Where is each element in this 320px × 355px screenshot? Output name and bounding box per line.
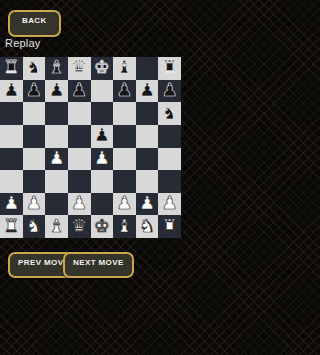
piece-white-rook: ♜ — [3, 217, 19, 235]
piece-white-pawn: ♟ — [139, 194, 155, 212]
square-d5 — [68, 125, 91, 148]
square-g3 — [136, 170, 159, 193]
piece-black-pawn: ♟ — [26, 81, 42, 99]
square-h1: ♜ — [158, 215, 181, 238]
square-h2: ♟ — [158, 193, 181, 216]
square-a6 — [0, 102, 23, 125]
square-f1: ♝ — [113, 215, 136, 238]
square-h8: ♜ — [158, 57, 181, 80]
piece-black-pawn: ♟ — [139, 81, 155, 99]
square-d2: ♟ — [68, 193, 91, 216]
square-e7 — [91, 80, 114, 103]
square-g7: ♟ — [136, 80, 159, 103]
back-button[interactable]: BACK — [8, 10, 61, 37]
square-h5 — [158, 125, 181, 148]
square-e6 — [91, 102, 114, 125]
piece-white-king: ♚ — [94, 217, 110, 235]
square-b6 — [23, 102, 46, 125]
square-a7: ♟ — [0, 80, 23, 103]
square-h3 — [158, 170, 181, 193]
piece-white-pawn: ♟ — [94, 149, 110, 167]
piece-white-pawn: ♟ — [48, 149, 64, 167]
square-d4 — [68, 148, 91, 171]
piece-white-bishop: ♝ — [116, 217, 132, 235]
piece-black-queen: ♛ — [71, 58, 87, 76]
piece-white-queen: ♛ — [71, 217, 87, 235]
piece-black-knight: ♞ — [26, 58, 42, 76]
piece-white-pawn: ♟ — [162, 194, 178, 212]
square-c2 — [45, 193, 68, 216]
square-d8: ♛ — [68, 57, 91, 80]
square-a5 — [0, 125, 23, 148]
piece-black-pawn: ♟ — [71, 81, 87, 99]
piece-black-pawn: ♟ — [116, 81, 132, 99]
square-c4: ♟ — [45, 148, 68, 171]
square-b1: ♞ — [23, 215, 46, 238]
square-a2: ♟ — [0, 193, 23, 216]
square-e8: ♚ — [91, 57, 114, 80]
piece-white-pawn: ♟ — [3, 194, 19, 212]
square-a4 — [0, 148, 23, 171]
square-g1: ♞ — [136, 215, 159, 238]
square-g8 — [136, 57, 159, 80]
next-move-button[interactable]: NEXT MOVE — [63, 252, 134, 278]
piece-black-bishop: ♝ — [116, 58, 132, 76]
piece-white-knight: ♞ — [26, 217, 42, 235]
square-e2 — [91, 193, 114, 216]
square-b2: ♟ — [23, 193, 46, 216]
piece-black-pawn: ♟ — [94, 126, 110, 144]
square-e5: ♟ — [91, 125, 114, 148]
square-f7: ♟ — [113, 80, 136, 103]
square-f3 — [113, 170, 136, 193]
square-g6 — [136, 102, 159, 125]
square-g5 — [136, 125, 159, 148]
square-g2: ♟ — [136, 193, 159, 216]
square-f2: ♟ — [113, 193, 136, 216]
square-c3 — [45, 170, 68, 193]
square-c1: ♝ — [45, 215, 68, 238]
square-c7: ♟ — [45, 80, 68, 103]
square-f5 — [113, 125, 136, 148]
square-b3 — [23, 170, 46, 193]
piece-white-bishop: ♝ — [48, 217, 64, 235]
square-b4 — [23, 148, 46, 171]
square-h7: ♟ — [158, 80, 181, 103]
piece-black-bishop: ♝ — [48, 58, 64, 76]
square-c8: ♝ — [45, 57, 68, 80]
piece-white-knight: ♞ — [139, 217, 155, 235]
piece-black-rook: ♜ — [3, 58, 19, 76]
square-g4 — [136, 148, 159, 171]
piece-black-knight: ♞ — [162, 104, 178, 122]
page-title: Replay — [5, 37, 40, 49]
piece-black-pawn: ♟ — [48, 81, 64, 99]
square-b8: ♞ — [23, 57, 46, 80]
square-a1: ♜ — [0, 215, 23, 238]
square-f6 — [113, 102, 136, 125]
square-h6: ♞ — [158, 102, 181, 125]
square-d1: ♛ — [68, 215, 91, 238]
square-a8: ♜ — [0, 57, 23, 80]
piece-black-pawn: ♟ — [162, 81, 178, 99]
square-e4: ♟ — [91, 148, 114, 171]
square-a3 — [0, 170, 23, 193]
square-e1: ♚ — [91, 215, 114, 238]
square-h4 — [158, 148, 181, 171]
square-b5 — [23, 125, 46, 148]
square-c6 — [45, 102, 68, 125]
square-d6 — [68, 102, 91, 125]
square-f4 — [113, 148, 136, 171]
square-d3 — [68, 170, 91, 193]
piece-white-pawn: ♟ — [71, 194, 87, 212]
chess-board: ♜♞♝♛♚♝♜♟♟♟♟♟♟♟♞♟♟♟♟♟♟♟♟♟♜♞♝♛♚♝♞♜ — [0, 57, 181, 238]
square-b7: ♟ — [23, 80, 46, 103]
square-d7: ♟ — [68, 80, 91, 103]
piece-black-king: ♚ — [94, 58, 110, 76]
piece-white-pawn: ♟ — [26, 194, 42, 212]
piece-black-rook: ♜ — [162, 58, 178, 76]
square-c5 — [45, 125, 68, 148]
square-f8: ♝ — [113, 57, 136, 80]
piece-black-pawn: ♟ — [3, 81, 19, 99]
square-e3 — [91, 170, 114, 193]
piece-white-rook: ♜ — [162, 217, 178, 235]
piece-white-pawn: ♟ — [116, 194, 132, 212]
